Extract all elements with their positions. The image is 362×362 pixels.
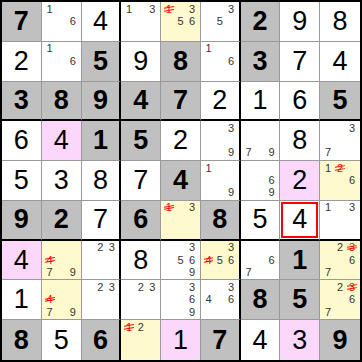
pencil-marks: 39 xyxy=(201,121,239,160)
pencil-marks: 1356 xyxy=(161,2,200,41)
cell-r2c5[interactable]: 8 xyxy=(161,42,201,82)
candidate: 6 xyxy=(225,55,236,67)
candidate: 6 xyxy=(266,174,278,186)
cell-r9c1[interactable]: 8 xyxy=(2,320,42,360)
cell-r3c5[interactable]: 7 xyxy=(161,82,201,122)
cell-r7c5[interactable]: 3569 xyxy=(161,241,201,281)
cell-r3c8[interactable]: 6 xyxy=(280,82,320,122)
cell-value: 9 xyxy=(292,8,307,35)
cell-value: 9 xyxy=(93,87,108,114)
cell-r6c6[interactable]: 8 xyxy=(201,201,241,241)
pencil-marks: 35 xyxy=(201,2,239,41)
cell-r5c2[interactable]: 3 xyxy=(42,161,82,201)
cell-value: 8 xyxy=(333,8,348,35)
candidate: 5 xyxy=(214,15,225,27)
cell-value: 4 xyxy=(14,247,29,274)
cell-value: 2 xyxy=(14,48,29,75)
pencil-marks: 3569 xyxy=(161,241,200,280)
candidate: 5 xyxy=(175,254,187,266)
cell-value: 2 xyxy=(54,206,69,233)
candidate: 6 xyxy=(346,174,358,186)
cell-r9c6[interactable]: 7 xyxy=(201,320,241,360)
cell-r8c4[interactable]: 23 xyxy=(121,280,161,320)
pencil-marks: 37 xyxy=(320,121,360,160)
sudoku-board: 7164131356352982165981637438947216564152… xyxy=(0,0,362,362)
cell-r4c9[interactable]: 37 xyxy=(320,121,360,161)
cell-r1c3[interactable]: 4 xyxy=(82,2,122,42)
cell-r5c9[interactable]: 126 xyxy=(320,161,360,201)
candidate: 6 xyxy=(186,294,198,306)
eliminated-candidate: 1 xyxy=(123,321,135,334)
cell-value: 5 xyxy=(333,87,348,114)
cell-r4c8[interactable]: 8 xyxy=(280,121,320,161)
candidate: 2 xyxy=(95,242,106,254)
eliminated-candidate: 4 xyxy=(44,294,56,306)
eliminated-candidate: 4 xyxy=(203,254,214,266)
candidate: 9 xyxy=(67,266,79,278)
candidate: 9 xyxy=(186,266,198,278)
cell-value: 8 xyxy=(253,286,268,313)
cell-value: 1 xyxy=(14,286,29,313)
candidate: 1 xyxy=(203,162,214,174)
eliminated-candidate: 1 xyxy=(163,3,175,15)
cell-r4c6[interactable]: 39 xyxy=(201,121,241,161)
candidate: 3 xyxy=(346,202,358,214)
cell-r2c8[interactable]: 7 xyxy=(280,42,320,82)
cell-value: 4 xyxy=(292,206,307,233)
candidate: 3 xyxy=(186,202,198,214)
cell-value: 5 xyxy=(14,167,29,194)
cell-r2c4[interactable]: 9 xyxy=(121,42,161,82)
candidate: 1 xyxy=(322,162,334,174)
cell-r1c6[interactable]: 35 xyxy=(201,2,241,42)
cell-r9c7[interactable]: 4 xyxy=(241,320,281,360)
cell-value: 1 xyxy=(253,87,268,114)
cell-value: 3 xyxy=(292,327,307,354)
cell-value: 9 xyxy=(14,206,29,233)
pencil-marks: 2367 xyxy=(320,241,360,280)
candidate: 3 xyxy=(346,122,358,134)
cell-value: 6 xyxy=(93,327,108,354)
pencil-marks: 12 xyxy=(121,320,160,360)
cell-value: 1 xyxy=(173,327,188,354)
cell-r3c7[interactable]: 1 xyxy=(241,82,281,122)
cell-value: 7 xyxy=(212,327,227,354)
candidate: 6 xyxy=(67,55,79,67)
cell-r2c6[interactable]: 16 xyxy=(201,42,241,82)
cell-value: 6 xyxy=(14,127,29,154)
pencil-marks: 23 xyxy=(82,280,120,319)
cell-r3c2[interactable]: 8 xyxy=(42,82,82,122)
candidate: 6 xyxy=(346,294,358,306)
candidate: 4 xyxy=(203,294,214,306)
pencil-marks: 3456 xyxy=(201,241,239,280)
cell-r9c5[interactable]: 1 xyxy=(161,320,201,360)
cell-r8c6[interactable]: 346 xyxy=(201,280,241,320)
cell-r5c6[interactable]: 19 xyxy=(201,161,241,201)
cell-r4c2[interactable]: 4 xyxy=(42,121,82,161)
cell-r2c1[interactable]: 2 xyxy=(2,42,42,82)
cell-r5c5[interactable]: 4 xyxy=(161,161,201,201)
candidate: 2 xyxy=(135,321,147,334)
cell-r6c1[interactable]: 9 xyxy=(2,201,42,241)
pencil-marks: 23 xyxy=(121,280,160,319)
cell-r2c2[interactable]: 16 xyxy=(42,42,82,82)
cell-r6c5[interactable]: 13 xyxy=(161,201,201,241)
pencil-marks: 67 xyxy=(241,241,280,280)
pencil-marks: 13 xyxy=(161,201,200,239)
cell-r3c4[interactable]: 4 xyxy=(121,82,161,122)
cell-r7c9[interactable]: 2367 xyxy=(320,241,360,281)
candidate: 3 xyxy=(225,122,236,134)
candidate: 7 xyxy=(322,266,334,278)
cell-r5c1[interactable]: 5 xyxy=(2,161,42,201)
cell-r7c1[interactable]: 4 xyxy=(2,241,42,281)
cell-r6c4[interactable]: 6 xyxy=(121,201,161,241)
cell-value: 9 xyxy=(133,48,148,75)
cell-r9c9[interactable]: 9 xyxy=(320,320,360,360)
cell-r3c6[interactable]: 2 xyxy=(201,82,241,122)
cell-r4c4[interactable]: 5 xyxy=(121,121,161,161)
candidate: 6 xyxy=(225,294,236,306)
cell-r6c2[interactable]: 2 xyxy=(42,201,82,241)
cell-r8c9[interactable]: 2367 xyxy=(320,280,360,320)
cell-r7c8[interactable]: 1 xyxy=(280,241,320,281)
cell-r8c5[interactable]: 369 xyxy=(161,280,201,320)
cell-value: 3 xyxy=(14,87,29,114)
cell-r5c4[interactable]: 7 xyxy=(121,161,161,201)
candidate: 9 xyxy=(225,187,236,199)
pencil-marks: 69 xyxy=(241,161,280,200)
cell-r7c6[interactable]: 3456 xyxy=(201,241,241,281)
candidate: 7 xyxy=(44,306,56,318)
cell-r6c7[interactable]: 5 xyxy=(241,201,281,241)
cell-value: 8 xyxy=(292,127,307,154)
cell-value: 7 xyxy=(93,206,108,233)
cell-r7c3[interactable]: 23 xyxy=(82,241,122,281)
candidate: 7 xyxy=(243,147,255,159)
cell-r5c3[interactable]: 8 xyxy=(82,161,122,201)
cell-value: 4 xyxy=(333,48,348,75)
candidate: 9 xyxy=(266,187,278,199)
cell-value: 9 xyxy=(333,327,348,354)
candidate: 3 xyxy=(186,281,198,293)
cell-value: 8 xyxy=(14,327,29,354)
candidate: 3 xyxy=(106,242,117,254)
cell-r5c7[interactable]: 69 xyxy=(241,161,281,201)
eliminated-candidate: 3 xyxy=(346,242,358,254)
cell-r7c7[interactable]: 67 xyxy=(241,241,281,281)
candidate: 3 xyxy=(106,281,117,293)
candidate: 2 xyxy=(135,281,147,293)
pencil-marks: 346 xyxy=(201,280,239,319)
cell-r1c8[interactable]: 9 xyxy=(280,2,320,42)
eliminated-candidate: 3 xyxy=(346,281,358,293)
candidate: 3 xyxy=(225,242,236,254)
candidate: 3 xyxy=(186,242,198,254)
cell-value: 2 xyxy=(212,87,227,114)
eliminated-candidate: 2 xyxy=(334,162,346,174)
cell-value: 4 xyxy=(253,327,268,354)
candidate: 3 xyxy=(186,3,198,15)
cell-r3c9[interactable]: 5 xyxy=(320,82,360,122)
cell-value: 7 xyxy=(173,87,188,114)
cell-value: 2 xyxy=(173,127,188,154)
cell-value: 4 xyxy=(93,8,108,35)
candidate: 2 xyxy=(334,281,346,293)
cell-r8c1[interactable]: 1 xyxy=(2,280,42,320)
cell-value: 8 xyxy=(173,48,188,75)
candidate: 1 xyxy=(44,43,56,55)
cell-value: 6 xyxy=(292,87,307,114)
pencil-marks: 23 xyxy=(82,241,120,280)
candidate: 3 xyxy=(147,3,159,15)
pencil-marks: 13 xyxy=(121,2,160,41)
cell-r3c1[interactable]: 3 xyxy=(2,82,42,122)
pencil-marks: 19 xyxy=(201,161,239,200)
eliminated-candidate: 1 xyxy=(163,202,175,214)
cell-r1c7[interactable]: 2 xyxy=(241,2,281,42)
eliminated-candidate: 4 xyxy=(44,254,56,266)
candidate: 6 xyxy=(266,254,278,266)
cell-r5c8[interactable]: 2 xyxy=(280,161,320,201)
pencil-marks: 2367 xyxy=(320,280,360,319)
cell-value: 8 xyxy=(54,87,69,114)
cell-value: 4 xyxy=(133,87,148,114)
candidate: 1 xyxy=(322,202,334,214)
candidate: 3 xyxy=(147,281,159,293)
pencil-marks: 126 xyxy=(320,161,360,200)
cell-value: 5 xyxy=(253,206,268,233)
candidate: 7 xyxy=(322,147,334,159)
cell-r4c3[interactable]: 1 xyxy=(82,121,122,161)
candidate: 1 xyxy=(203,43,214,55)
pencil-marks: 13 xyxy=(320,201,360,239)
cell-value: 2 xyxy=(292,167,307,194)
candidate: 9 xyxy=(266,147,278,159)
cell-value: 7 xyxy=(292,48,307,75)
candidate: 6 xyxy=(346,254,358,266)
cell-value: 4 xyxy=(173,167,188,194)
cell-r8c2[interactable]: 479 xyxy=(42,280,82,320)
cell-value: 1 xyxy=(292,247,307,274)
cell-r1c9[interactable]: 8 xyxy=(320,2,360,42)
candidate: 2 xyxy=(334,242,346,254)
cell-r9c4[interactable]: 12 xyxy=(121,320,161,360)
cell-value: 5 xyxy=(133,127,148,154)
cell-value: 7 xyxy=(133,167,148,194)
cell-r9c2[interactable]: 5 xyxy=(42,320,82,360)
candidate: 5 xyxy=(214,254,225,266)
cell-r1c5[interactable]: 1356 xyxy=(161,2,201,42)
pencil-marks: 479 xyxy=(42,280,81,319)
candidate: 3 xyxy=(225,3,236,15)
candidate: 9 xyxy=(225,147,236,159)
cell-r2c7[interactable]: 3 xyxy=(241,42,281,82)
cell-value: 5 xyxy=(292,286,307,313)
cell-r8c3[interactable]: 23 xyxy=(82,280,122,320)
cell-r1c4[interactable]: 13 xyxy=(121,2,161,42)
cell-value: 3 xyxy=(253,48,268,75)
pencil-marks: 16 xyxy=(42,2,81,41)
cell-r8c8[interactable]: 5 xyxy=(280,280,320,320)
cell-value: 2 xyxy=(253,8,268,35)
cell-r2c9[interactable]: 4 xyxy=(320,42,360,82)
candidate: 3 xyxy=(225,281,236,293)
cell-value: 4 xyxy=(54,127,69,154)
cell-r9c3[interactable]: 6 xyxy=(82,320,122,360)
cell-value: 8 xyxy=(212,206,227,233)
cell-value: 7 xyxy=(14,8,29,35)
pencil-marks: 79 xyxy=(241,121,280,160)
candidate: 1 xyxy=(123,3,135,15)
pencil-marks: 16 xyxy=(42,42,81,81)
pencil-marks: 369 xyxy=(161,280,200,319)
cell-r4c7[interactable]: 79 xyxy=(241,121,281,161)
pencil-marks: 479 xyxy=(42,241,81,280)
cell-r4c1[interactable]: 6 xyxy=(2,121,42,161)
cell-r1c2[interactable]: 16 xyxy=(42,2,82,42)
cell-r2c3[interactable]: 5 xyxy=(82,42,122,82)
candidate: 7 xyxy=(44,266,56,278)
cell-value: 5 xyxy=(93,48,108,75)
cell-r1c1[interactable]: 7 xyxy=(2,2,42,42)
cell-r6c3[interactable]: 7 xyxy=(82,201,122,241)
candidate: 6 xyxy=(186,254,198,266)
candidate: 1 xyxy=(44,3,56,15)
candidate: 9 xyxy=(67,306,79,318)
candidate: 5 xyxy=(175,15,187,27)
candidate: 7 xyxy=(322,306,334,318)
cell-value: 8 xyxy=(93,167,108,194)
pencil-marks: 16 xyxy=(201,42,239,81)
cell-value: 6 xyxy=(133,206,148,233)
cell-r4c5[interactable]: 2 xyxy=(161,121,201,161)
candidate: 6 xyxy=(67,15,79,27)
cell-value: 8 xyxy=(133,247,148,274)
candidate: 6 xyxy=(186,15,198,27)
candidate: 2 xyxy=(95,281,106,293)
cell-r8c7[interactable]: 8 xyxy=(241,280,281,320)
candidate: 7 xyxy=(243,266,255,278)
candidate: 6 xyxy=(225,254,236,266)
cell-r7c4[interactable]: 8 xyxy=(121,241,161,281)
cell-r6c9[interactable]: 13 xyxy=(320,201,360,241)
cell-value: 3 xyxy=(54,167,69,194)
cell-value: 5 xyxy=(54,327,69,354)
cell-r6c8[interactable]: 4 xyxy=(280,201,320,241)
candidate: 9 xyxy=(186,306,198,318)
cell-r7c2[interactable]: 479 xyxy=(42,241,82,281)
cell-r9c8[interactable]: 3 xyxy=(280,320,320,360)
cell-value: 1 xyxy=(93,127,108,154)
cell-r3c3[interactable]: 9 xyxy=(82,82,122,122)
